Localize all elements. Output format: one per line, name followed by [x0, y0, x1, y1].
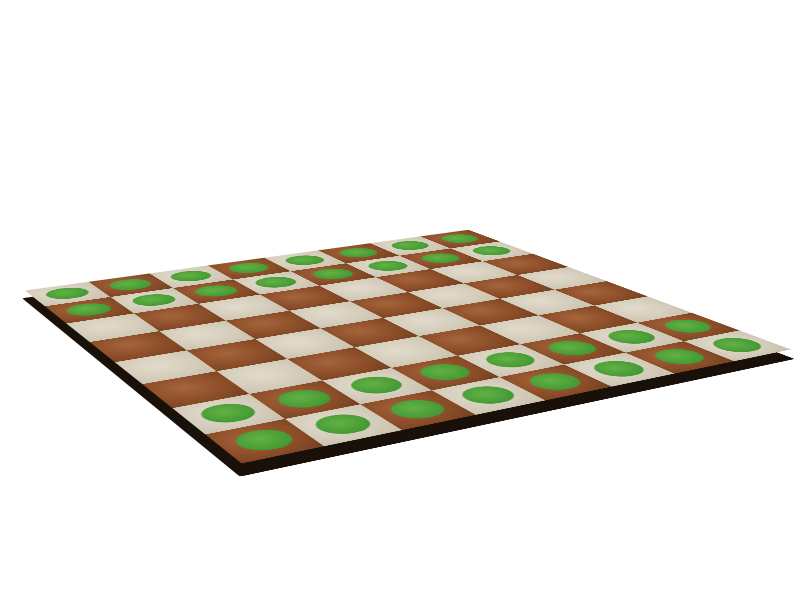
- black-pawn-icon: ♟: [307, 203, 358, 282]
- board-perspective: ♜♞♝♛♚♝♞♜♟♟♟♟♟♟♟♟♟♟♟♟♟♟♟♟♜♞♝♛♚♝♞♜: [0, 0, 800, 600]
- white-rook-icon: ♜: [222, 323, 306, 453]
- black-pawn-icon: ♟: [61, 232, 117, 318]
- chess-set-photo: ♜♞♝♛♚♝♞♜♟♟♟♟♟♟♟♟♟♟♟♟♟♟♟♟♜♞♝♛♚♝♞♜: [0, 0, 800, 600]
- chessboard: ♜♞♝♛♚♝♞♜♟♟♟♟♟♟♟♟♟♟♟♟♟♟♟♟♜♞♝♛♚♝♞♜: [25, 230, 791, 464]
- black-pawn-icon: ♟: [190, 217, 243, 300]
- white-knight-icon: ♞: [295, 291, 391, 440]
- black-pawn-icon: ♟: [127, 224, 182, 309]
